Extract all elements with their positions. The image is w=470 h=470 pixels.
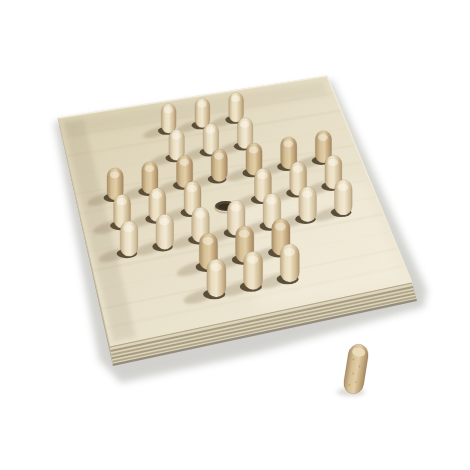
peg-dome-highlight [210,263,221,271]
peg-dome-highlight [247,255,258,263]
peg-dome-highlight [172,133,181,140]
peg-dome-highlight [239,230,250,238]
peg-dome-highlight [284,248,295,256]
peg-dome-highlight [231,204,242,212]
peg-dome-highlight [195,211,206,219]
removed-peg[interactable] [342,343,370,396]
peg-r4c6[interactable] [335,180,353,215]
peg-dome-highlight [110,171,120,178]
peg-dome-highlight [240,121,249,128]
peg-dome-highlight [164,107,173,114]
product-photo-stage [0,0,470,470]
peg-dome-highlight [249,146,259,153]
peg-r0c3[interactable] [195,98,210,128]
peg-dome-highlight [231,96,240,103]
peg-dome-highlight [318,134,328,141]
peg-dome-highlight [275,222,286,230]
peg-dome-highlight [203,237,214,245]
peg-dome-highlight [283,140,293,147]
peg-dome-highlight [152,191,162,198]
peg-r4c1[interactable] [156,214,174,249]
peg-r0c4[interactable] [229,93,244,123]
peg-r2c3[interactable] [211,149,227,181]
peg-dome-highlight [206,127,215,134]
peg-r6c2[interactable] [207,259,226,297]
peg-solitaire-board-scene [0,0,470,470]
peg-dome-highlight [198,101,207,108]
peg-dome-highlight [187,185,197,192]
peg-dome-highlight [293,165,303,172]
peg-dome-highlight [214,153,224,160]
peg-dome-highlight [328,159,338,166]
removed-peg-area [337,343,370,396]
peg-r6c3[interactable] [244,252,263,290]
peg-r4c0[interactable] [120,221,138,256]
peg-dome-highlight [257,172,267,179]
peg-dome-highlight [302,190,313,198]
peg-r6c4[interactable] [280,244,299,282]
peg-r0c2[interactable] [161,104,176,134]
peg-dome-highlight [117,198,127,205]
peg-dome-highlight [123,225,134,233]
peg-dome-highlight [179,159,189,166]
peg-r4c5[interactable] [299,187,317,222]
peg-dome-highlight [145,165,155,172]
peg-dome-highlight [159,218,170,226]
peg-dome-highlight [338,183,349,191]
peg-dome-highlight [266,197,277,205]
